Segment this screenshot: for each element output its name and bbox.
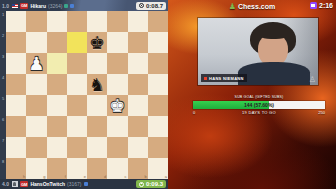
square-a5[interactable]: [148, 95, 168, 116]
square-c7[interactable]: [107, 137, 127, 158]
square-d2[interactable]: ♚: [87, 32, 107, 53]
square-g4[interactable]: [26, 74, 46, 95]
streamer-icon: [64, 4, 68, 8]
piece-wP-g3[interactable]: ♟: [26, 53, 46, 74]
square-e3[interactable]: [67, 53, 87, 74]
square-d7[interactable]: [87, 137, 107, 158]
square-a4[interactable]: [148, 74, 168, 95]
chesscom-logo-text: Chess.com: [238, 3, 275, 10]
square-e4[interactable]: [67, 74, 87, 95]
square-g7[interactable]: [26, 137, 46, 158]
square-b7[interactable]: [128, 137, 148, 158]
square-b1[interactable]: [128, 11, 148, 32]
square-a8[interactable]: a: [148, 158, 168, 179]
square-f6[interactable]: [47, 116, 67, 137]
square-e2[interactable]: [67, 32, 87, 53]
square-b5[interactable]: [128, 95, 148, 116]
piece-wK-c5[interactable]: ♚: [107, 95, 127, 116]
top-player-name[interactable]: Hikaru: [30, 3, 46, 9]
streamer-shirt: [238, 62, 310, 85]
square-b4[interactable]: [128, 74, 148, 95]
square-a6[interactable]: [148, 116, 168, 137]
square-b6[interactable]: [128, 116, 148, 137]
square-b8[interactable]: b: [128, 158, 148, 179]
square-d3[interactable]: [87, 53, 107, 74]
square-d4[interactable]: ♞: [87, 74, 107, 95]
square-e7[interactable]: [67, 137, 87, 158]
square-c4[interactable]: [107, 74, 127, 95]
square-g3[interactable]: ♟: [26, 53, 46, 74]
square-d5[interactable]: [87, 95, 107, 116]
diamond-icon: [70, 4, 74, 8]
square-d8[interactable]: d: [87, 158, 107, 179]
square-a7[interactable]: [148, 137, 168, 158]
piece-bK-d2[interactable]: ♚: [87, 32, 107, 53]
square-b2[interactable]: [128, 32, 148, 53]
square-c3[interactable]: [107, 53, 127, 74]
square-c2[interactable]: [107, 32, 127, 53]
square-g5[interactable]: [26, 95, 46, 116]
square-h7[interactable]: [6, 137, 26, 158]
chess-board: ♚♟♞♚hgfedcba: [6, 11, 168, 179]
square-e8[interactable]: e: [67, 158, 87, 179]
webcam-name-tag: HANS NIEMANN: [201, 74, 247, 82]
square-f3[interactable]: [47, 53, 67, 74]
twitch-icon: [310, 2, 317, 9]
top-player-clock: 0:08.7: [136, 2, 166, 10]
square-h1[interactable]: [6, 11, 26, 32]
sub-goal-progress-bar: 144 (57.60%): [193, 101, 325, 109]
square-e1[interactable]: [67, 11, 87, 32]
stream-screenshot: 1.0 GM Hikaru (3264) 0:08.7 12345678 ♚♟♞…: [0, 0, 336, 189]
streamer-hair-fringe: [261, 32, 286, 39]
square-f4[interactable]: [47, 74, 67, 95]
sub-goal-max: 250: [318, 109, 325, 116]
top-clock-time: 0:08.7: [146, 3, 163, 9]
square-f8[interactable]: f: [47, 158, 67, 179]
sub-goal-scale: 0 19 DAYS TO GO 250: [193, 109, 325, 116]
stream-overlay-panel: ♟ Chess.com 2:16 HANS NIEMANN ♙ SUB GOAL…: [168, 0, 336, 189]
overlay-header: ♟ Chess.com 2:16: [168, 0, 336, 14]
sub-goal-progress-text: 144 (57.60%): [193, 101, 325, 109]
square-h8[interactable]: h: [6, 158, 26, 179]
bottom-player-clock: 0:09.3: [136, 180, 166, 188]
square-a2[interactable]: [148, 32, 168, 53]
sub-goal-footer: 19 DAYS TO GO: [193, 109, 325, 116]
square-d1[interactable]: [87, 11, 107, 32]
bottom-player-rating: (3167): [67, 181, 81, 187]
square-c8[interactable]: c: [107, 158, 127, 179]
webcam-feed: HANS NIEMANN ♙: [198, 18, 318, 85]
square-f5[interactable]: [47, 95, 67, 116]
square-c6[interactable]: [107, 116, 127, 137]
square-f1[interactable]: [47, 11, 67, 32]
diamond-icon: [84, 182, 88, 186]
top-player-score: 1.0: [2, 3, 9, 9]
bottom-player-name[interactable]: HansOnTwitch: [30, 181, 65, 187]
square-c5[interactable]: ♚: [107, 95, 127, 116]
square-h4[interactable]: [6, 74, 26, 95]
record-dot-icon: [204, 77, 207, 80]
avatar: [12, 181, 18, 187]
square-h3[interactable]: [6, 53, 26, 74]
chesscom-watermark-icon: ♙: [309, 75, 316, 84]
us-flag-icon: [12, 4, 18, 8]
square-g8[interactable]: g: [26, 158, 46, 179]
top-player-rating: (3264): [48, 3, 62, 9]
sub-goal-title: SUB GOAL (GIFTED SUBS): [193, 95, 325, 99]
square-f7[interactable]: [47, 137, 67, 158]
twitch-badge: 2:16: [310, 2, 333, 9]
square-e6[interactable]: [67, 116, 87, 137]
square-b3[interactable]: [128, 53, 148, 74]
bottom-clock-time: 0:09.3: [146, 181, 163, 187]
pawn-logo-icon: ♟: [229, 2, 236, 11]
top-player-title-badge: GM: [20, 3, 28, 9]
square-g1[interactable]: [26, 11, 46, 32]
square-h5[interactable]: [6, 95, 26, 116]
square-d6[interactable]: [87, 116, 107, 137]
top-player-bar: 1.0 GM Hikaru (3264) 0:08.7: [0, 0, 168, 11]
sub-goal-widget: SUB GOAL (GIFTED SUBS) 144 (57.60%) 0 19…: [193, 95, 325, 116]
square-f2[interactable]: [47, 32, 67, 53]
square-h2[interactable]: [6, 32, 26, 53]
square-g2[interactable]: [26, 32, 46, 53]
webcam-name-text: HANS NIEMANN: [209, 76, 244, 81]
twitch-badge-value: 2:16: [319, 2, 333, 9]
bottom-player-bar: 4.0 GM HansOnTwitch (3167) 0:09.3: [0, 179, 168, 189]
clock-icon: [139, 182, 144, 187]
square-a3[interactable]: [148, 53, 168, 74]
game-panel: 1.0 GM Hikaru (3264) 0:08.7 12345678 ♚♟♞…: [0, 0, 168, 189]
square-c1[interactable]: [107, 11, 127, 32]
bottom-player-title-badge: GM: [20, 181, 28, 187]
square-h6[interactable]: [6, 116, 26, 137]
piece-bN-d4[interactable]: ♞: [87, 74, 107, 95]
square-g6[interactable]: [26, 116, 46, 137]
bottom-player-score: 4.0: [2, 181, 9, 187]
square-e5[interactable]: [67, 95, 87, 116]
square-a1[interactable]: [148, 11, 168, 32]
clock-icon: [139, 3, 144, 8]
